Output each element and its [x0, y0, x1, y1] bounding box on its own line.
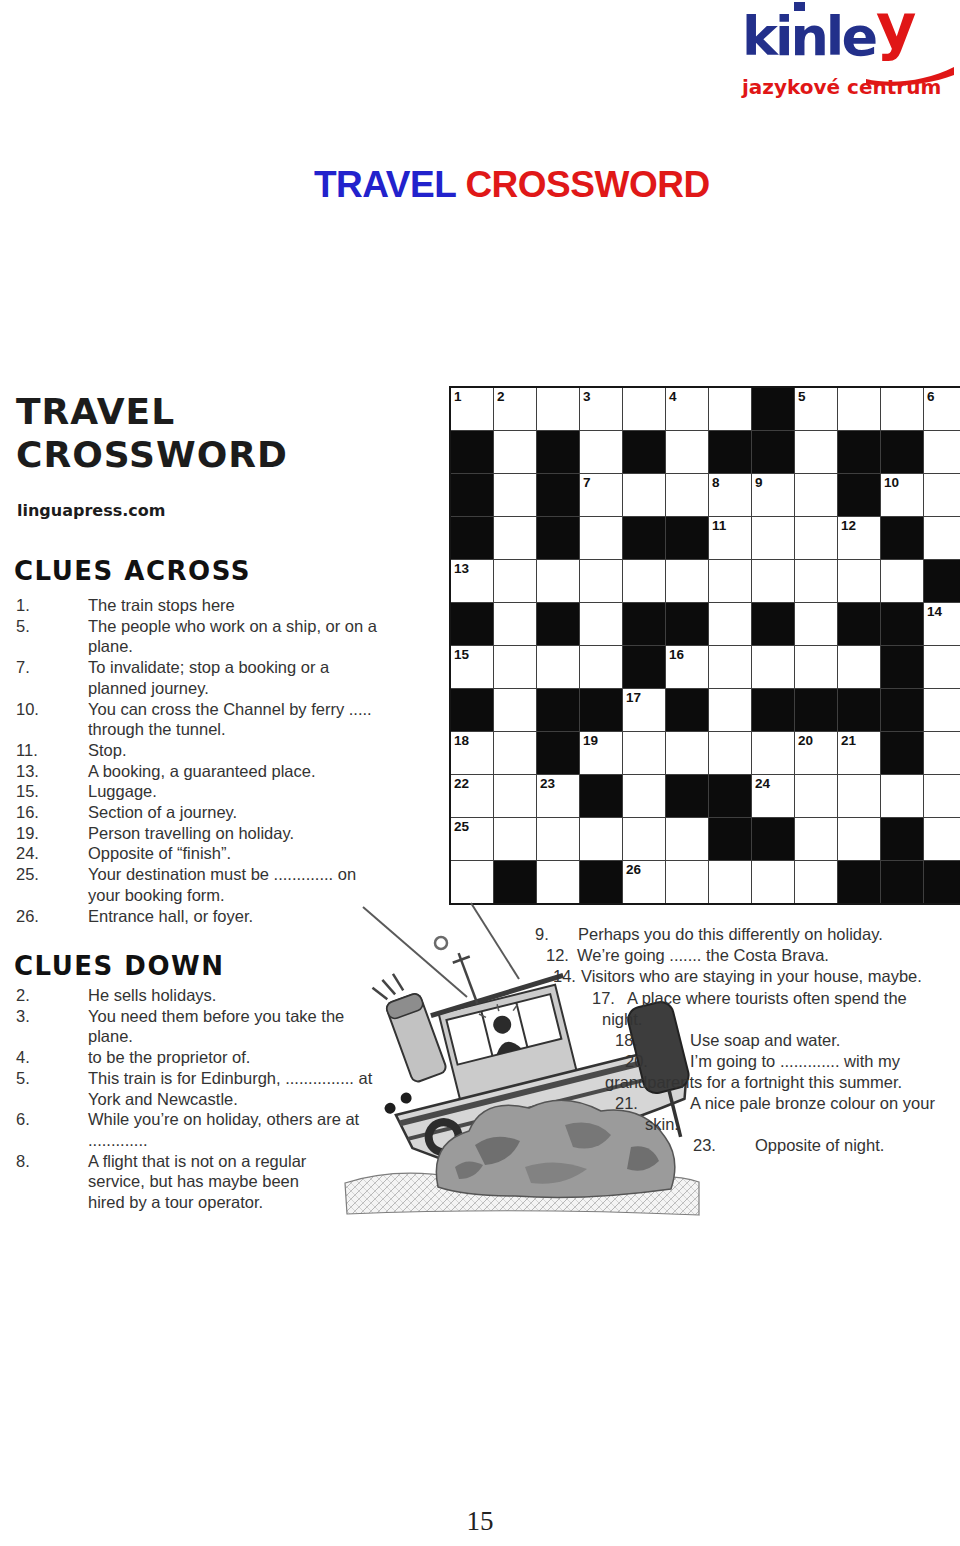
clue-text: Person travelling on holiday. [88, 823, 432, 844]
grid-cell-black [881, 732, 923, 774]
grid-cell: 25 [451, 818, 493, 860]
grid-cell [795, 474, 837, 516]
clue-number: 17. [597, 988, 627, 1009]
grid-cell [924, 431, 960, 473]
across-clue-11: 11.Stop. [16, 740, 432, 761]
grid-cell [795, 431, 837, 473]
grid-cell-black [838, 431, 880, 473]
grid-cell-black [451, 474, 493, 516]
clue-number: 23. [693, 1135, 755, 1156]
puzzle-header-line1: TRAVEL [16, 390, 288, 433]
across-clue-15: 15.Luggage. [16, 781, 432, 802]
down-clue-12: 12.We’re going ....... the Costa Brava. [546, 945, 955, 966]
grid-cell [924, 517, 960, 559]
clue-text: We’re going ....... the Costa Brava. [577, 946, 829, 964]
cell-number: 21 [841, 733, 856, 748]
grid-cell: 14 [924, 603, 960, 645]
clue-number: 21. [630, 1093, 690, 1114]
clue-text: Section of a journey. [88, 802, 432, 823]
grid-cell-black [709, 431, 751, 473]
grid-cell: 12 [838, 517, 880, 559]
grid-cell: 3 [580, 388, 622, 430]
worksheet-page: kinle y jazykové centrum TRAVEL CROSSWOR… [0, 0, 960, 1546]
grid-cell [709, 603, 751, 645]
clue-number: 24. [16, 843, 88, 864]
clues-down-header: CLUES DOWN [14, 951, 225, 981]
grid-cell [580, 646, 622, 688]
grid-cell [580, 818, 622, 860]
grid-cell [924, 689, 960, 731]
grid-cell-black [666, 603, 708, 645]
grid-cell [494, 646, 536, 688]
clue-text: Luggage. [88, 781, 432, 802]
grid-cell [838, 818, 880, 860]
grid-cell [795, 775, 837, 817]
grid-cell-black [838, 689, 880, 731]
grid-cell [494, 689, 536, 731]
cell-number: 9 [755, 475, 763, 490]
grid-cell [494, 474, 536, 516]
grid-cell [881, 388, 923, 430]
logo-wordmark: kinle y [742, 10, 958, 72]
clue-text: A place where tourists often spend the n… [602, 989, 907, 1028]
grid-cell-black [795, 689, 837, 731]
clue-number: 20. [615, 1051, 690, 1072]
kinley-logo: kinle y jazykové centrum [742, 10, 958, 99]
cell-number: 26 [626, 862, 641, 877]
across-clue-24: 24.Opposite of “finish”. [16, 843, 432, 864]
page-title: TRAVEL CROSSWORD [314, 164, 710, 206]
clue-number: 19. [16, 823, 88, 844]
grid-cell [494, 603, 536, 645]
grid-cell [838, 388, 880, 430]
grid-cell [494, 732, 536, 774]
clue-number: 6. [16, 1109, 88, 1150]
grid-cell: 24 [752, 775, 794, 817]
grid-cell [795, 646, 837, 688]
grid-cell [838, 775, 880, 817]
down-clue-14: 14.Visitors who are staying in your hous… [553, 966, 955, 987]
grid-cell: 10 [881, 474, 923, 516]
grid-cell-black [924, 560, 960, 602]
across-clue-10: 10.You can cross the Channel by ferry ..… [16, 699, 432, 740]
grid-cell-black [537, 689, 579, 731]
grid-cell [666, 431, 708, 473]
rigging-line [363, 907, 467, 997]
grid-cell-black [709, 775, 751, 817]
grid-cell [666, 818, 708, 860]
grid-cell-black [537, 431, 579, 473]
grid-cell-black [451, 603, 493, 645]
grid-cell [580, 517, 622, 559]
clue-text: A booking, a guaranteed place. [88, 761, 432, 782]
grid-cell-black [881, 689, 923, 731]
puzzle-header-line2: CROSSWORD [16, 433, 288, 476]
grid-cell-black [537, 732, 579, 774]
grid-cell: 1 [451, 388, 493, 430]
grid-cell-black [838, 474, 880, 516]
grid-cell [752, 560, 794, 602]
grid-cell-black [580, 689, 622, 731]
grid-cell [795, 560, 837, 602]
clue-text: Opposite of night. [755, 1136, 884, 1154]
grid-cell: 8 [709, 474, 751, 516]
grid-cell: 18 [451, 732, 493, 774]
cell-number: 15 [454, 647, 469, 662]
grid-cell-black [451, 431, 493, 473]
grid-cell-black [666, 775, 708, 817]
clue-number: 25. [16, 864, 88, 905]
page-number: 15 [450, 1506, 510, 1537]
grid-cell [709, 646, 751, 688]
grid-cell [623, 775, 665, 817]
across-clue-5: 5.The people who work on a ship, or on a… [16, 616, 432, 657]
grid-cell [537, 388, 579, 430]
cell-number: 2 [497, 389, 505, 404]
grid-cell: 9 [752, 474, 794, 516]
grid-cell [752, 517, 794, 559]
clue-text: You can cross the Channel by ferry .....… [88, 699, 432, 740]
grid-cell-black [537, 517, 579, 559]
grid-cell [494, 517, 536, 559]
cell-number: 1 [454, 389, 462, 404]
grid-cell: 20 [795, 732, 837, 774]
grid-cell [666, 732, 708, 774]
cell-number: 24 [755, 776, 770, 791]
grid-cell [795, 818, 837, 860]
clue-number: 4. [16, 1047, 88, 1068]
cell-number: 10 [884, 475, 899, 490]
down-clue-20: 20.I’m going to ............. with my gr… [605, 1051, 957, 1092]
clues-across-list: 1.The train stops here5.The people who w… [16, 595, 432, 926]
grid-cell-black [623, 603, 665, 645]
grid-cell-black [666, 517, 708, 559]
grid-cell: 21 [838, 732, 880, 774]
grid-cell [623, 560, 665, 602]
grid-cell [924, 818, 960, 860]
grid-cell [623, 474, 665, 516]
across-clue-19: 19.Person travelling on holiday. [16, 823, 432, 844]
grid-cell: 22 [451, 775, 493, 817]
grid-cell [709, 861, 751, 903]
clue-number: 8. [16, 1151, 88, 1213]
grid-cell-black [623, 646, 665, 688]
grid-cell [537, 646, 579, 688]
cell-number: 8 [712, 475, 720, 490]
grid-cell: 23 [537, 775, 579, 817]
rigging-line [471, 903, 519, 979]
cell-number: 11 [712, 518, 726, 533]
across-clue-1: 1.The train stops here [16, 595, 432, 616]
grid-cell: 13 [451, 560, 493, 602]
grid-cell: 6 [924, 388, 960, 430]
clue-text: Opposite of “finish”. [88, 843, 432, 864]
clue-text: To invalidate; stop a booking or a plann… [88, 657, 432, 698]
clue-number: 3. [16, 1006, 88, 1047]
grid-cell-black [451, 517, 493, 559]
grid-cell-black [537, 603, 579, 645]
clue-text: Visitors who are staying in your house, … [581, 967, 922, 985]
cell-number: 5 [798, 389, 806, 404]
grid-cell [795, 517, 837, 559]
grid-cell [494, 431, 536, 473]
grid-cell-black [881, 818, 923, 860]
grid-cell-black [881, 431, 923, 473]
grid-cell: 19 [580, 732, 622, 774]
cell-number: 16 [669, 647, 684, 662]
cell-number: 14 [927, 604, 942, 619]
down-clue-17: 17.A place where tourists often spend th… [602, 988, 958, 1029]
clue-number: 11. [16, 740, 88, 761]
grid-cell [537, 818, 579, 860]
grid-cell-black [752, 818, 794, 860]
cell-number: 17 [626, 690, 641, 705]
grid-cell-black [924, 861, 960, 903]
grid-cell-black [838, 861, 880, 903]
crossword-grid: 1234567891011121314151617181920212223242… [449, 386, 960, 905]
grid-cell-black [666, 689, 708, 731]
grid-cell-black [752, 431, 794, 473]
clue-number: 5. [16, 1068, 88, 1109]
grid-cell-black [451, 689, 493, 731]
logo-text-main: kinle [742, 10, 875, 64]
title-word-travel: TRAVEL [314, 164, 456, 205]
grid-cell-black [881, 861, 923, 903]
clue-number: 13. [16, 761, 88, 782]
grid-cell-black [580, 775, 622, 817]
down-clue-23: 23.Opposite of night. [693, 1135, 959, 1156]
grid-cell-black [623, 517, 665, 559]
clue-text: Use soap and water. [690, 1031, 840, 1049]
grid-cell-black [881, 646, 923, 688]
grid-cell [924, 646, 960, 688]
grid-cell [494, 560, 536, 602]
cell-number: 23 [540, 776, 555, 791]
clue-number: 2. [16, 985, 88, 1006]
grid-cell [795, 603, 837, 645]
source-credit: linguapress.com [17, 501, 165, 520]
clue-number: 1. [16, 595, 88, 616]
logo-text-accent: y [876, 0, 916, 58]
grid-cell [838, 560, 880, 602]
grid-cell: 16 [666, 646, 708, 688]
across-clue-13: 13.A booking, a guaranteed place. [16, 761, 432, 782]
cell-number: 22 [454, 776, 469, 791]
cell-number: 25 [454, 819, 469, 834]
clue-number: 10. [16, 699, 88, 740]
title-word-crossword: CROSSWORD [465, 164, 709, 205]
clue-number: 15. [16, 781, 88, 802]
grid-cell [709, 689, 751, 731]
grid-cell [752, 861, 794, 903]
clue-number: 9. [535, 924, 578, 945]
grid-cell: 11 [709, 517, 751, 559]
cell-number: 4 [669, 389, 677, 404]
grid-cell: 5 [795, 388, 837, 430]
clue-text: The people who work on a ship, or on a p… [88, 616, 432, 657]
grid-cell [580, 560, 622, 602]
logo-swoosh-icon [864, 66, 956, 86]
grid-cell: 17 [623, 689, 665, 731]
grid-cell [623, 732, 665, 774]
grid-cell-black [709, 818, 751, 860]
grid-cell-black [752, 603, 794, 645]
down-clue-18: 18.Use soap and water. [615, 1030, 955, 1051]
cell-number: 12 [841, 518, 856, 533]
grid-cell [752, 646, 794, 688]
clue-number: 12. [546, 945, 577, 966]
grid-cell [924, 474, 960, 516]
cell-number: 6 [927, 389, 935, 404]
clue-text: Perhaps you do this differently on holid… [578, 925, 883, 943]
grid-cell: 15 [451, 646, 493, 688]
cell-number: 13 [454, 561, 469, 576]
clue-text: The train stops here [88, 595, 432, 616]
grid-cell [752, 732, 794, 774]
grid-cell [709, 732, 751, 774]
clue-number: 26. [16, 906, 88, 927]
across-clue-16: 16.Section of a journey. [16, 802, 432, 823]
cell-number: 19 [583, 733, 598, 748]
grid-cell: 7 [580, 474, 622, 516]
grid-cell [709, 560, 751, 602]
puzzle-header: TRAVEL CROSSWORD [16, 390, 288, 476]
grid-cell [924, 732, 960, 774]
down-clue-21: 21.A nice pale bronze colour on your ski… [645, 1093, 960, 1134]
clue-number: 18. [615, 1030, 690, 1051]
grid-cell-black [838, 603, 880, 645]
grid-cell [494, 775, 536, 817]
clue-number: 7. [16, 657, 88, 698]
clue-number: 16. [16, 802, 88, 823]
grid-cell-black [752, 388, 794, 430]
grid-cell [795, 861, 837, 903]
clue-number: 5. [16, 616, 88, 657]
grid-cell [709, 388, 751, 430]
clues-across-header: CLUES ACROSS [14, 556, 251, 586]
grid-cell [580, 603, 622, 645]
grid-cell [580, 431, 622, 473]
cell-number: 3 [583, 389, 591, 404]
grid-cell [537, 560, 579, 602]
cell-number: 7 [583, 475, 591, 490]
across-clue-7: 7.To invalidate; stop a booking or a pla… [16, 657, 432, 698]
clue-text: Stop. [88, 740, 432, 761]
cell-number: 18 [454, 733, 469, 748]
grid-cell [623, 388, 665, 430]
down-clue-9: 9.Perhaps you do this differently on hol… [535, 924, 959, 945]
grid-cell [881, 560, 923, 602]
grid-cell: 4 [666, 388, 708, 430]
grid-cell [838, 646, 880, 688]
cell-number: 20 [798, 733, 813, 748]
grid-cell-black [752, 689, 794, 731]
grid-cell [666, 560, 708, 602]
grid-cell-black [881, 603, 923, 645]
grid-cell [623, 818, 665, 860]
grid-cell [666, 474, 708, 516]
grid-cell [924, 775, 960, 817]
grid-cell-black [623, 431, 665, 473]
grid-cell-black [881, 517, 923, 559]
grid-cell [881, 775, 923, 817]
grid-cell [494, 818, 536, 860]
grid-cell: 2 [494, 388, 536, 430]
clue-number: 14. [553, 966, 581, 987]
grid-cell-black [537, 474, 579, 516]
